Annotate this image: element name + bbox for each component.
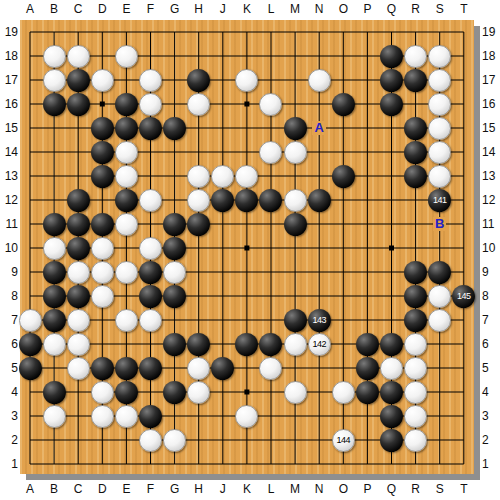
intersection-K17[interactable] <box>235 68 259 92</box>
intersection-M8[interactable] <box>283 284 307 308</box>
intersection-T15[interactable] <box>452 116 476 140</box>
intersection-H17[interactable] <box>187 68 211 92</box>
intersection-C18[interactable] <box>66 44 90 68</box>
intersection-S19[interactable] <box>428 20 452 44</box>
intersection-O14[interactable] <box>331 140 355 164</box>
intersection-N1[interactable] <box>307 452 331 476</box>
intersection-J15[interactable] <box>211 116 235 140</box>
intersection-A18[interactable] <box>18 44 42 68</box>
intersection-R13[interactable] <box>404 164 428 188</box>
intersection-S1[interactable] <box>428 452 452 476</box>
intersection-J13[interactable] <box>211 164 235 188</box>
intersection-M14[interactable] <box>283 140 307 164</box>
intersection-L14[interactable] <box>259 140 283 164</box>
intersection-G15[interactable] <box>163 116 187 140</box>
intersection-G18[interactable] <box>163 44 187 68</box>
intersection-R5[interactable] <box>404 356 428 380</box>
intersection-B4[interactable] <box>42 380 66 404</box>
intersection-E19[interactable] <box>114 20 138 44</box>
intersection-K12[interactable] <box>235 188 259 212</box>
intersection-A8[interactable] <box>18 284 42 308</box>
intersection-L5[interactable] <box>259 356 283 380</box>
intersection-L3[interactable] <box>259 404 283 428</box>
intersection-M6[interactable] <box>283 332 307 356</box>
intersection-M11[interactable] <box>283 212 307 236</box>
intersection-R19[interactable] <box>404 20 428 44</box>
intersection-G12[interactable] <box>163 188 187 212</box>
intersection-J11[interactable] <box>211 212 235 236</box>
intersection-E11[interactable] <box>114 212 138 236</box>
intersection-J17[interactable] <box>211 68 235 92</box>
intersection-J18[interactable] <box>211 44 235 68</box>
intersection-O11[interactable] <box>331 212 355 236</box>
intersection-Q14[interactable] <box>379 140 403 164</box>
intersection-C6[interactable] <box>66 332 90 356</box>
intersection-S5[interactable] <box>428 356 452 380</box>
intersection-F3[interactable] <box>138 404 162 428</box>
intersection-M4[interactable] <box>283 380 307 404</box>
intersection-E5[interactable] <box>114 356 138 380</box>
intersection-H12[interactable] <box>187 188 211 212</box>
intersection-O8[interactable] <box>331 284 355 308</box>
intersection-N11[interactable] <box>307 212 331 236</box>
intersection-D15[interactable] <box>90 116 114 140</box>
intersection-N7[interactable]: 143 <box>307 308 331 332</box>
intersection-E3[interactable] <box>114 404 138 428</box>
intersection-T5[interactable] <box>452 356 476 380</box>
intersection-R17[interactable] <box>404 68 428 92</box>
intersection-D11[interactable] <box>90 212 114 236</box>
intersection-J4[interactable] <box>211 380 235 404</box>
intersection-G16[interactable] <box>163 92 187 116</box>
intersection-C3[interactable] <box>66 404 90 428</box>
intersection-Q7[interactable] <box>379 308 403 332</box>
intersection-B1[interactable] <box>42 452 66 476</box>
intersection-J10[interactable] <box>211 236 235 260</box>
intersection-F19[interactable] <box>138 20 162 44</box>
intersection-P6[interactable] <box>355 332 379 356</box>
intersection-J5[interactable] <box>211 356 235 380</box>
intersection-P18[interactable] <box>355 44 379 68</box>
intersection-J12[interactable] <box>211 188 235 212</box>
intersection-P10[interactable] <box>355 236 379 260</box>
intersection-B13[interactable] <box>42 164 66 188</box>
intersection-H11[interactable] <box>187 212 211 236</box>
intersection-P1[interactable] <box>355 452 379 476</box>
intersection-B2[interactable] <box>42 428 66 452</box>
intersection-R2[interactable] <box>404 428 428 452</box>
intersection-M3[interactable] <box>283 404 307 428</box>
intersection-P14[interactable] <box>355 140 379 164</box>
intersection-P19[interactable] <box>355 20 379 44</box>
intersection-A14[interactable] <box>18 140 42 164</box>
intersection-K3[interactable] <box>235 404 259 428</box>
intersection-T16[interactable] <box>452 92 476 116</box>
intersection-L16[interactable] <box>259 92 283 116</box>
intersection-T14[interactable] <box>452 140 476 164</box>
intersection-E6[interactable] <box>114 332 138 356</box>
intersection-C12[interactable] <box>66 188 90 212</box>
intersection-P12[interactable] <box>355 188 379 212</box>
intersection-L17[interactable] <box>259 68 283 92</box>
intersection-T9[interactable] <box>452 260 476 284</box>
intersection-H4[interactable] <box>187 380 211 404</box>
intersection-E15[interactable] <box>114 116 138 140</box>
intersection-A1[interactable] <box>18 452 42 476</box>
intersection-Q12[interactable] <box>379 188 403 212</box>
intersection-R1[interactable] <box>404 452 428 476</box>
intersection-T13[interactable] <box>452 164 476 188</box>
intersection-J19[interactable] <box>211 20 235 44</box>
intersection-K13[interactable] <box>235 164 259 188</box>
intersection-A3[interactable] <box>18 404 42 428</box>
intersection-N9[interactable] <box>307 260 331 284</box>
intersection-S12[interactable]: 141 <box>428 188 452 212</box>
board-grid[interactable]: A141B145143142144 <box>18 20 476 476</box>
intersection-N15[interactable]: A <box>307 116 331 140</box>
intersection-Q15[interactable] <box>379 116 403 140</box>
intersection-O12[interactable] <box>331 188 355 212</box>
intersection-D4[interactable] <box>90 380 114 404</box>
intersection-P5[interactable] <box>355 356 379 380</box>
intersection-L10[interactable] <box>259 236 283 260</box>
intersection-L1[interactable] <box>259 452 283 476</box>
intersection-S10[interactable] <box>428 236 452 260</box>
intersection-N12[interactable] <box>307 188 331 212</box>
intersection-O16[interactable] <box>331 92 355 116</box>
intersection-D16[interactable] <box>90 92 114 116</box>
intersection-G6[interactable] <box>163 332 187 356</box>
intersection-P15[interactable] <box>355 116 379 140</box>
intersection-K19[interactable] <box>235 20 259 44</box>
intersection-F15[interactable] <box>138 116 162 140</box>
intersection-F8[interactable] <box>138 284 162 308</box>
intersection-T17[interactable] <box>452 68 476 92</box>
intersection-J8[interactable] <box>211 284 235 308</box>
intersection-C15[interactable] <box>66 116 90 140</box>
intersection-T1[interactable] <box>452 452 476 476</box>
intersection-T6[interactable] <box>452 332 476 356</box>
intersection-S15[interactable] <box>428 116 452 140</box>
intersection-P11[interactable] <box>355 212 379 236</box>
intersection-F13[interactable] <box>138 164 162 188</box>
intersection-K18[interactable] <box>235 44 259 68</box>
intersection-K1[interactable] <box>235 452 259 476</box>
intersection-D7[interactable] <box>90 308 114 332</box>
intersection-K6[interactable] <box>235 332 259 356</box>
intersection-J7[interactable] <box>211 308 235 332</box>
intersection-H10[interactable] <box>187 236 211 260</box>
intersection-G13[interactable] <box>163 164 187 188</box>
intersection-Q2[interactable] <box>379 428 403 452</box>
intersection-F9[interactable] <box>138 260 162 284</box>
intersection-A19[interactable] <box>18 20 42 44</box>
intersection-G4[interactable] <box>163 380 187 404</box>
intersection-R3[interactable] <box>404 404 428 428</box>
intersection-L7[interactable] <box>259 308 283 332</box>
intersection-T3[interactable] <box>452 404 476 428</box>
intersection-B19[interactable] <box>42 20 66 44</box>
intersection-D6[interactable] <box>90 332 114 356</box>
intersection-C5[interactable] <box>66 356 90 380</box>
intersection-E14[interactable] <box>114 140 138 164</box>
intersection-D13[interactable] <box>90 164 114 188</box>
intersection-M15[interactable] <box>283 116 307 140</box>
intersection-K9[interactable] <box>235 260 259 284</box>
intersection-Q1[interactable] <box>379 452 403 476</box>
intersection-D9[interactable] <box>90 260 114 284</box>
intersection-Q4[interactable] <box>379 380 403 404</box>
intersection-G8[interactable] <box>163 284 187 308</box>
intersection-S6[interactable] <box>428 332 452 356</box>
intersection-O17[interactable] <box>331 68 355 92</box>
intersection-M16[interactable] <box>283 92 307 116</box>
intersection-R18[interactable] <box>404 44 428 68</box>
intersection-B8[interactable] <box>42 284 66 308</box>
intersection-A13[interactable] <box>18 164 42 188</box>
intersection-C14[interactable] <box>66 140 90 164</box>
intersection-Q19[interactable] <box>379 20 403 44</box>
intersection-B14[interactable] <box>42 140 66 164</box>
intersection-D1[interactable] <box>90 452 114 476</box>
intersection-P8[interactable] <box>355 284 379 308</box>
intersection-H19[interactable] <box>187 20 211 44</box>
intersection-P16[interactable] <box>355 92 379 116</box>
intersection-M12[interactable] <box>283 188 307 212</box>
intersection-T2[interactable] <box>452 428 476 452</box>
intersection-E17[interactable] <box>114 68 138 92</box>
intersection-M5[interactable] <box>283 356 307 380</box>
intersection-O13[interactable] <box>331 164 355 188</box>
intersection-E16[interactable] <box>114 92 138 116</box>
intersection-J16[interactable] <box>211 92 235 116</box>
intersection-D12[interactable] <box>90 188 114 212</box>
intersection-K15[interactable] <box>235 116 259 140</box>
intersection-Q3[interactable] <box>379 404 403 428</box>
intersection-O6[interactable] <box>331 332 355 356</box>
intersection-G19[interactable] <box>163 20 187 44</box>
intersection-F7[interactable] <box>138 308 162 332</box>
intersection-T4[interactable] <box>452 380 476 404</box>
intersection-K10[interactable] <box>235 236 259 260</box>
intersection-M7[interactable] <box>283 308 307 332</box>
intersection-G1[interactable] <box>163 452 187 476</box>
intersection-S8[interactable] <box>428 284 452 308</box>
intersection-D8[interactable] <box>90 284 114 308</box>
intersection-H1[interactable] <box>187 452 211 476</box>
intersection-A10[interactable] <box>18 236 42 260</box>
intersection-E4[interactable] <box>114 380 138 404</box>
intersection-J3[interactable] <box>211 404 235 428</box>
intersection-H14[interactable] <box>187 140 211 164</box>
intersection-M13[interactable] <box>283 164 307 188</box>
intersection-N6[interactable]: 142 <box>307 332 331 356</box>
intersection-H7[interactable] <box>187 308 211 332</box>
intersection-A11[interactable] <box>18 212 42 236</box>
intersection-B16[interactable] <box>42 92 66 116</box>
intersection-K5[interactable] <box>235 356 259 380</box>
intersection-L6[interactable] <box>259 332 283 356</box>
intersection-S11[interactable]: B <box>428 212 452 236</box>
intersection-O3[interactable] <box>331 404 355 428</box>
intersection-G2[interactable] <box>163 428 187 452</box>
intersection-C10[interactable] <box>66 236 90 260</box>
intersection-D17[interactable] <box>90 68 114 92</box>
intersection-O5[interactable] <box>331 356 355 380</box>
intersection-R10[interactable] <box>404 236 428 260</box>
intersection-K8[interactable] <box>235 284 259 308</box>
intersection-M2[interactable] <box>283 428 307 452</box>
intersection-Q8[interactable] <box>379 284 403 308</box>
intersection-M19[interactable] <box>283 20 307 44</box>
intersection-C4[interactable] <box>66 380 90 404</box>
intersection-O7[interactable] <box>331 308 355 332</box>
intersection-H13[interactable] <box>187 164 211 188</box>
intersection-S7[interactable] <box>428 308 452 332</box>
intersection-D5[interactable] <box>90 356 114 380</box>
intersection-R15[interactable] <box>404 116 428 140</box>
intersection-R6[interactable] <box>404 332 428 356</box>
intersection-K2[interactable] <box>235 428 259 452</box>
intersection-H18[interactable] <box>187 44 211 68</box>
intersection-E8[interactable] <box>114 284 138 308</box>
intersection-A12[interactable] <box>18 188 42 212</box>
intersection-N10[interactable] <box>307 236 331 260</box>
intersection-K16[interactable] <box>235 92 259 116</box>
intersection-F12[interactable] <box>138 188 162 212</box>
intersection-T8[interactable]: 145 <box>452 284 476 308</box>
intersection-G3[interactable] <box>163 404 187 428</box>
intersection-F2[interactable] <box>138 428 162 452</box>
intersection-B17[interactable] <box>42 68 66 92</box>
intersection-S13[interactable] <box>428 164 452 188</box>
intersection-F5[interactable] <box>138 356 162 380</box>
intersection-C17[interactable] <box>66 68 90 92</box>
intersection-E12[interactable] <box>114 188 138 212</box>
intersection-Q6[interactable] <box>379 332 403 356</box>
intersection-Q16[interactable] <box>379 92 403 116</box>
intersection-S14[interactable] <box>428 140 452 164</box>
intersection-P17[interactable] <box>355 68 379 92</box>
intersection-C19[interactable] <box>66 20 90 44</box>
intersection-O1[interactable] <box>331 452 355 476</box>
intersection-C7[interactable] <box>66 308 90 332</box>
intersection-N17[interactable] <box>307 68 331 92</box>
intersection-F6[interactable] <box>138 332 162 356</box>
intersection-T18[interactable] <box>452 44 476 68</box>
intersection-D3[interactable] <box>90 404 114 428</box>
intersection-M17[interactable] <box>283 68 307 92</box>
intersection-Q9[interactable] <box>379 260 403 284</box>
intersection-E1[interactable] <box>114 452 138 476</box>
intersection-N2[interactable] <box>307 428 331 452</box>
intersection-R16[interactable] <box>404 92 428 116</box>
intersection-A6[interactable] <box>18 332 42 356</box>
intersection-J9[interactable] <box>211 260 235 284</box>
intersection-C16[interactable] <box>66 92 90 116</box>
intersection-N13[interactable] <box>307 164 331 188</box>
intersection-H9[interactable] <box>187 260 211 284</box>
intersection-E13[interactable] <box>114 164 138 188</box>
intersection-L13[interactable] <box>259 164 283 188</box>
intersection-G14[interactable] <box>163 140 187 164</box>
intersection-F17[interactable] <box>138 68 162 92</box>
intersection-B11[interactable] <box>42 212 66 236</box>
intersection-M1[interactable] <box>283 452 307 476</box>
intersection-H6[interactable] <box>187 332 211 356</box>
intersection-K7[interactable] <box>235 308 259 332</box>
intersection-N16[interactable] <box>307 92 331 116</box>
intersection-B9[interactable] <box>42 260 66 284</box>
intersection-K4[interactable] <box>235 380 259 404</box>
intersection-N19[interactable] <box>307 20 331 44</box>
intersection-Q11[interactable] <box>379 212 403 236</box>
intersection-H15[interactable] <box>187 116 211 140</box>
intersection-J2[interactable] <box>211 428 235 452</box>
intersection-N4[interactable] <box>307 380 331 404</box>
intersection-A5[interactable] <box>18 356 42 380</box>
intersection-N8[interactable] <box>307 284 331 308</box>
intersection-N18[interactable] <box>307 44 331 68</box>
intersection-Q5[interactable] <box>379 356 403 380</box>
intersection-Q17[interactable] <box>379 68 403 92</box>
intersection-A2[interactable] <box>18 428 42 452</box>
intersection-Q10[interactable] <box>379 236 403 260</box>
intersection-J14[interactable] <box>211 140 235 164</box>
intersection-B15[interactable] <box>42 116 66 140</box>
intersection-L8[interactable] <box>259 284 283 308</box>
intersection-B5[interactable] <box>42 356 66 380</box>
intersection-M10[interactable] <box>283 236 307 260</box>
intersection-C2[interactable] <box>66 428 90 452</box>
intersection-A15[interactable] <box>18 116 42 140</box>
intersection-M18[interactable] <box>283 44 307 68</box>
intersection-D18[interactable] <box>90 44 114 68</box>
intersection-T10[interactable] <box>452 236 476 260</box>
intersection-E10[interactable] <box>114 236 138 260</box>
intersection-T11[interactable] <box>452 212 476 236</box>
intersection-E2[interactable] <box>114 428 138 452</box>
intersection-D14[interactable] <box>90 140 114 164</box>
intersection-T19[interactable] <box>452 20 476 44</box>
intersection-K14[interactable] <box>235 140 259 164</box>
intersection-G9[interactable] <box>163 260 187 284</box>
intersection-C8[interactable] <box>66 284 90 308</box>
intersection-R12[interactable] <box>404 188 428 212</box>
intersection-B7[interactable] <box>42 308 66 332</box>
intersection-S18[interactable] <box>428 44 452 68</box>
intersection-C9[interactable] <box>66 260 90 284</box>
intersection-O15[interactable] <box>331 116 355 140</box>
intersection-E9[interactable] <box>114 260 138 284</box>
intersection-H8[interactable] <box>187 284 211 308</box>
intersection-F4[interactable] <box>138 380 162 404</box>
intersection-R9[interactable] <box>404 260 428 284</box>
intersection-N14[interactable] <box>307 140 331 164</box>
intersection-G17[interactable] <box>163 68 187 92</box>
intersection-S16[interactable] <box>428 92 452 116</box>
intersection-F1[interactable] <box>138 452 162 476</box>
intersection-A9[interactable] <box>18 260 42 284</box>
intersection-D2[interactable] <box>90 428 114 452</box>
intersection-H16[interactable] <box>187 92 211 116</box>
intersection-O19[interactable] <box>331 20 355 44</box>
intersection-F10[interactable] <box>138 236 162 260</box>
intersection-G10[interactable] <box>163 236 187 260</box>
intersection-P7[interactable] <box>355 308 379 332</box>
intersection-P3[interactable] <box>355 404 379 428</box>
intersection-R4[interactable] <box>404 380 428 404</box>
